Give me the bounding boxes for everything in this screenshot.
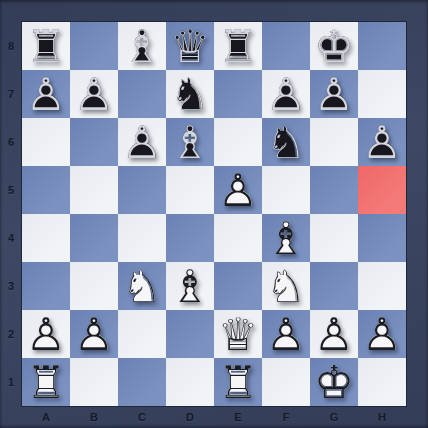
rank-label-6: 6 — [0, 118, 22, 166]
piece-fill-glyph: ♟ — [214, 166, 262, 214]
piece-outline-glyph: ♙ — [358, 310, 406, 358]
piece-fill-glyph: ♝ — [166, 118, 214, 166]
piece-fill-glyph: ♟ — [118, 118, 166, 166]
square-h6[interactable]: ♟♙ — [358, 118, 406, 166]
square-c2[interactable] — [118, 310, 166, 358]
square-d3[interactable]: ♝♗ — [166, 262, 214, 310]
black-pawn-a7[interactable]: ♟♙ — [22, 70, 70, 118]
square-a1[interactable]: ♜♖ — [22, 358, 70, 406]
piece-fill-glyph: ♟ — [358, 310, 406, 358]
file-label-d: D — [166, 406, 214, 428]
white-pawn-h2[interactable]: ♟♙ — [358, 310, 406, 358]
square-h3[interactable] — [358, 262, 406, 310]
black-knight-d7[interactable]: ♞♘ — [166, 70, 214, 118]
rank-label-4: 4 — [0, 214, 22, 262]
piece-outline-glyph: ♕ — [214, 310, 262, 358]
piece-outline-glyph: ♙ — [118, 118, 166, 166]
file-labels: ABCDEFGH — [22, 406, 406, 428]
square-g3[interactable] — [310, 262, 358, 310]
square-b8[interactable] — [70, 22, 118, 70]
square-a5[interactable] — [22, 166, 70, 214]
rank-label-5: 5 — [0, 166, 22, 214]
square-f5[interactable] — [262, 166, 310, 214]
piece-outline-glyph: ♙ — [70, 310, 118, 358]
square-d4[interactable] — [166, 214, 214, 262]
white-queen-e2[interactable]: ♛♕ — [214, 310, 262, 358]
piece-outline-glyph: ♘ — [262, 118, 310, 166]
square-d7[interactable]: ♞♘ — [166, 70, 214, 118]
file-label-a: A — [22, 406, 70, 428]
black-knight-f6[interactable]: ♞♘ — [262, 118, 310, 166]
piece-outline-glyph: ♘ — [166, 70, 214, 118]
square-c1[interactable] — [118, 358, 166, 406]
square-c5[interactable] — [118, 166, 166, 214]
square-g6[interactable] — [310, 118, 358, 166]
square-b5[interactable] — [70, 166, 118, 214]
piece-fill-glyph: ♝ — [118, 22, 166, 70]
piece-outline-glyph: ♔ — [310, 358, 358, 406]
white-bishop-d3[interactable]: ♝♗ — [166, 262, 214, 310]
black-pawn-b7[interactable]: ♟♙ — [70, 70, 118, 118]
white-knight-f3[interactable]: ♞♘ — [262, 262, 310, 310]
piece-fill-glyph: ♛ — [214, 310, 262, 358]
piece-fill-glyph: ♚ — [310, 22, 358, 70]
piece-outline-glyph: ♗ — [262, 214, 310, 262]
square-h7[interactable] — [358, 70, 406, 118]
piece-outline-glyph: ♖ — [214, 22, 262, 70]
square-e5[interactable]: ♟♙ — [214, 166, 262, 214]
piece-outline-glyph: ♔ — [310, 22, 358, 70]
piece-fill-glyph: ♟ — [70, 70, 118, 118]
black-bishop-c8[interactable]: ♝♗ — [118, 22, 166, 70]
square-g7[interactable]: ♟♙ — [310, 70, 358, 118]
square-c8[interactable]: ♝♗ — [118, 22, 166, 70]
black-rook-e8[interactable]: ♜♖ — [214, 22, 262, 70]
piece-outline-glyph: ♙ — [310, 70, 358, 118]
piece-fill-glyph: ♞ — [118, 262, 166, 310]
square-f4[interactable]: ♝♗ — [262, 214, 310, 262]
chess-board: ♜♖♝♗♛♕♜♖♚♔♟♙♟♙♞♘♟♙♟♙♟♙♝♗♞♘♟♙♟♙♝♗♞♘♝♗♞♘♟♙… — [22, 22, 406, 406]
square-c4[interactable] — [118, 214, 166, 262]
black-pawn-c6[interactable]: ♟♙ — [118, 118, 166, 166]
piece-outline-glyph: ♖ — [22, 22, 70, 70]
square-g4[interactable] — [310, 214, 358, 262]
square-e4[interactable] — [214, 214, 262, 262]
piece-fill-glyph: ♜ — [22, 358, 70, 406]
white-pawn-g2[interactable]: ♟♙ — [310, 310, 358, 358]
piece-fill-glyph: ♝ — [262, 214, 310, 262]
square-b2[interactable]: ♟♙ — [70, 310, 118, 358]
chess-board-frame: 87654321 ♜♖♝♗♛♕♜♖♚♔♟♙♟♙♞♘♟♙♟♙♟♙♝♗♞♘♟♙♟♙♝… — [0, 0, 428, 428]
piece-fill-glyph: ♟ — [310, 310, 358, 358]
square-b6[interactable] — [70, 118, 118, 166]
square-e7[interactable] — [214, 70, 262, 118]
square-a2[interactable]: ♟♙ — [22, 310, 70, 358]
square-g8[interactable]: ♚♔ — [310, 22, 358, 70]
square-f8[interactable] — [262, 22, 310, 70]
piece-outline-glyph: ♗ — [166, 118, 214, 166]
square-d8[interactable]: ♛♕ — [166, 22, 214, 70]
piece-outline-glyph: ♙ — [262, 70, 310, 118]
square-g5[interactable] — [310, 166, 358, 214]
file-label-b: B — [70, 406, 118, 428]
square-h4[interactable] — [358, 214, 406, 262]
piece-fill-glyph: ♞ — [166, 70, 214, 118]
square-g1[interactable]: ♚♔ — [310, 358, 358, 406]
piece-fill-glyph: ♝ — [166, 262, 214, 310]
square-c6[interactable]: ♟♙ — [118, 118, 166, 166]
square-f2[interactable]: ♟♙ — [262, 310, 310, 358]
piece-fill-glyph: ♞ — [262, 262, 310, 310]
square-f3[interactable]: ♞♘ — [262, 262, 310, 310]
white-knight-c3[interactable]: ♞♘ — [118, 262, 166, 310]
rank-label-8: 8 — [0, 22, 22, 70]
piece-fill-glyph: ♚ — [310, 358, 358, 406]
square-h5[interactable] — [358, 166, 406, 214]
rank-labels: 87654321 — [0, 22, 22, 406]
file-label-g: G — [310, 406, 358, 428]
piece-outline-glyph: ♙ — [70, 70, 118, 118]
white-pawn-a2[interactable]: ♟♙ — [22, 310, 70, 358]
square-c3[interactable]: ♞♘ — [118, 262, 166, 310]
square-d2[interactable] — [166, 310, 214, 358]
square-b3[interactable] — [70, 262, 118, 310]
piece-fill-glyph: ♟ — [70, 310, 118, 358]
piece-outline-glyph: ♙ — [310, 310, 358, 358]
white-king-g1[interactable]: ♚♔ — [310, 358, 358, 406]
square-a8[interactable]: ♜♖ — [22, 22, 70, 70]
piece-fill-glyph: ♛ — [166, 22, 214, 70]
piece-outline-glyph: ♘ — [118, 262, 166, 310]
white-rook-a1[interactable]: ♜♖ — [22, 358, 70, 406]
piece-outline-glyph: ♙ — [214, 166, 262, 214]
square-b1[interactable] — [70, 358, 118, 406]
square-f1[interactable] — [262, 358, 310, 406]
square-f7[interactable]: ♟♙ — [262, 70, 310, 118]
piece-outline-glyph: ♖ — [214, 358, 262, 406]
piece-fill-glyph: ♟ — [262, 70, 310, 118]
square-d5[interactable] — [166, 166, 214, 214]
black-pawn-f7[interactable]: ♟♙ — [262, 70, 310, 118]
file-label-e: E — [214, 406, 262, 428]
piece-fill-glyph: ♟ — [358, 118, 406, 166]
square-g2[interactable]: ♟♙ — [310, 310, 358, 358]
square-a6[interactable] — [22, 118, 70, 166]
square-e2[interactable]: ♛♕ — [214, 310, 262, 358]
piece-outline-glyph: ♙ — [262, 310, 310, 358]
square-e6[interactable] — [214, 118, 262, 166]
square-d6[interactable]: ♝♗ — [166, 118, 214, 166]
piece-outline-glyph: ♖ — [22, 358, 70, 406]
piece-fill-glyph: ♞ — [262, 118, 310, 166]
black-rook-a8[interactable]: ♜♖ — [22, 22, 70, 70]
piece-outline-glyph: ♕ — [166, 22, 214, 70]
piece-outline-glyph: ♘ — [262, 262, 310, 310]
white-bishop-f4[interactable]: ♝♗ — [262, 214, 310, 262]
piece-fill-glyph: ♟ — [22, 310, 70, 358]
square-h2[interactable]: ♟♙ — [358, 310, 406, 358]
square-e8[interactable]: ♜♖ — [214, 22, 262, 70]
piece-fill-glyph: ♜ — [214, 22, 262, 70]
rank-label-1: 1 — [0, 358, 22, 406]
square-e3[interactable] — [214, 262, 262, 310]
piece-fill-glyph: ♟ — [310, 70, 358, 118]
square-a7[interactable]: ♟♙ — [22, 70, 70, 118]
square-b7[interactable]: ♟♙ — [70, 70, 118, 118]
square-e1[interactable]: ♜♖ — [214, 358, 262, 406]
piece-outline-glyph: ♗ — [118, 22, 166, 70]
black-king-g8[interactable]: ♚♔ — [310, 22, 358, 70]
square-h8[interactable] — [358, 22, 406, 70]
piece-outline-glyph: ♙ — [22, 70, 70, 118]
piece-outline-glyph: ♗ — [166, 262, 214, 310]
piece-fill-glyph: ♜ — [214, 358, 262, 406]
piece-outline-glyph: ♙ — [358, 118, 406, 166]
black-queen-d8[interactable]: ♛♕ — [166, 22, 214, 70]
black-pawn-h6[interactable]: ♟♙ — [358, 118, 406, 166]
square-a4[interactable] — [22, 214, 70, 262]
square-d1[interactable] — [166, 358, 214, 406]
white-pawn-b2[interactable]: ♟♙ — [70, 310, 118, 358]
white-rook-e1[interactable]: ♜♖ — [214, 358, 262, 406]
piece-fill-glyph: ♜ — [22, 22, 70, 70]
rank-label-2: 2 — [0, 310, 22, 358]
black-pawn-g7[interactable]: ♟♙ — [310, 70, 358, 118]
file-label-c: C — [118, 406, 166, 428]
square-a3[interactable] — [22, 262, 70, 310]
white-pawn-f2[interactable]: ♟♙ — [262, 310, 310, 358]
rank-label-3: 3 — [0, 262, 22, 310]
square-c7[interactable] — [118, 70, 166, 118]
file-label-f: F — [262, 406, 310, 428]
square-b4[interactable] — [70, 214, 118, 262]
square-h1[interactable] — [358, 358, 406, 406]
file-label-h: H — [358, 406, 406, 428]
piece-fill-glyph: ♟ — [22, 70, 70, 118]
square-f6[interactable]: ♞♘ — [262, 118, 310, 166]
black-bishop-d6[interactable]: ♝♗ — [166, 118, 214, 166]
rank-label-7: 7 — [0, 70, 22, 118]
piece-fill-glyph: ♟ — [262, 310, 310, 358]
white-pawn-e5[interactable]: ♟♙ — [214, 166, 262, 214]
piece-outline-glyph: ♙ — [22, 310, 70, 358]
